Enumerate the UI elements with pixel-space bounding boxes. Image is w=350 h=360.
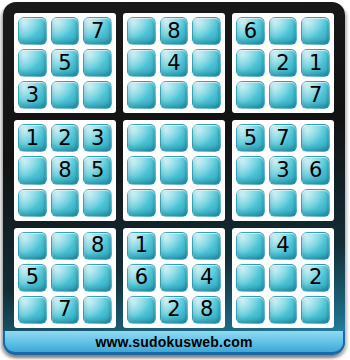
cell-r1c5[interactable]: 8 <box>160 17 189 45</box>
cell-r6c3[interactable] <box>83 189 112 217</box>
cell-r4c6[interactable] <box>192 124 221 152</box>
cell-r3c9[interactable]: 7 <box>301 81 330 109</box>
cell-r7c4[interactable]: 1 <box>127 232 156 260</box>
sudoku-box-6: 5736 <box>232 120 334 220</box>
cell-r8c4[interactable]: 6 <box>127 264 156 292</box>
cell-r1c7[interactable]: 6 <box>236 17 265 45</box>
cell-r6c7[interactable] <box>236 189 265 217</box>
sudoku-box-2: 84 <box>123 13 225 113</box>
cell-r8c8[interactable] <box>269 264 298 292</box>
cell-r6c1[interactable] <box>18 189 47 217</box>
cell-r4c8[interactable]: 7 <box>269 124 298 152</box>
cell-r8c1[interactable]: 5 <box>18 264 47 292</box>
cell-r4c9[interactable] <box>301 124 330 152</box>
cell-r5c7[interactable] <box>236 156 265 184</box>
cell-r9c1[interactable] <box>18 296 47 324</box>
cell-r3c8[interactable] <box>269 81 298 109</box>
cell-r5c8[interactable]: 3 <box>269 156 298 184</box>
sudoku-box-4: 12385 <box>14 120 116 220</box>
cell-r1c6[interactable] <box>192 17 221 45</box>
cell-r2c2[interactable]: 5 <box>51 49 80 77</box>
cell-r3c5[interactable] <box>160 81 189 109</box>
site-link[interactable]: www.sudokusweb.com <box>95 334 252 350</box>
cell-r2c4[interactable] <box>127 49 156 77</box>
cell-r2c8[interactable]: 2 <box>269 49 298 77</box>
sudoku-box-3: 6217 <box>232 13 334 113</box>
cell-r3c1[interactable]: 3 <box>18 81 47 109</box>
cell-r3c3[interactable] <box>83 81 112 109</box>
cell-r3c2[interactable] <box>51 81 80 109</box>
footer-bar: www.sudokusweb.com <box>3 331 345 355</box>
sudoku-widget: 7538462171238557368571642842 www.sudokus… <box>3 2 345 355</box>
cell-r2c3[interactable] <box>83 49 112 77</box>
cell-r1c9[interactable] <box>301 17 330 45</box>
cell-r8c2[interactable] <box>51 264 80 292</box>
cell-r3c7[interactable] <box>236 81 265 109</box>
cell-r4c3[interactable]: 3 <box>83 124 112 152</box>
cell-r7c5[interactable] <box>160 232 189 260</box>
cell-r3c6[interactable] <box>192 81 221 109</box>
cell-r4c4[interactable] <box>127 124 156 152</box>
cell-r4c2[interactable]: 2 <box>51 124 80 152</box>
cell-r8c5[interactable] <box>160 264 189 292</box>
cell-r5c4[interactable] <box>127 156 156 184</box>
cell-r9c8[interactable] <box>269 296 298 324</box>
cell-r5c3[interactable]: 5 <box>83 156 112 184</box>
cell-r2c7[interactable] <box>236 49 265 77</box>
cell-r9c7[interactable] <box>236 296 265 324</box>
cell-r6c9[interactable] <box>301 189 330 217</box>
cell-r9c5[interactable]: 2 <box>160 296 189 324</box>
cell-r4c1[interactable]: 1 <box>18 124 47 152</box>
cell-r9c6[interactable]: 8 <box>192 296 221 324</box>
cell-r8c9[interactable]: 2 <box>301 264 330 292</box>
cell-r2c5[interactable]: 4 <box>160 49 189 77</box>
cell-r7c2[interactable] <box>51 232 80 260</box>
cell-r1c8[interactable] <box>269 17 298 45</box>
cell-r6c5[interactable] <box>160 189 189 217</box>
sudoku-box-7: 857 <box>14 228 116 328</box>
cell-r6c4[interactable] <box>127 189 156 217</box>
cell-r6c6[interactable] <box>192 189 221 217</box>
cell-r2c1[interactable] <box>18 49 47 77</box>
cell-r2c6[interactable] <box>192 49 221 77</box>
sudoku-box-5 <box>123 120 225 220</box>
cell-r7c9[interactable] <box>301 232 330 260</box>
cell-r7c8[interactable]: 4 <box>269 232 298 260</box>
cell-r1c2[interactable] <box>51 17 80 45</box>
cell-r9c2[interactable]: 7 <box>51 296 80 324</box>
sudoku-box-9: 42 <box>232 228 334 328</box>
cell-r9c9[interactable] <box>301 296 330 324</box>
cell-r8c3[interactable] <box>83 264 112 292</box>
cell-r1c1[interactable] <box>18 17 47 45</box>
cell-r4c5[interactable] <box>160 124 189 152</box>
cell-r5c2[interactable]: 8 <box>51 156 80 184</box>
cell-r5c6[interactable] <box>192 156 221 184</box>
cell-r7c6[interactable] <box>192 232 221 260</box>
cell-r3c4[interactable] <box>127 81 156 109</box>
cell-r8c7[interactable] <box>236 264 265 292</box>
cell-r8c6[interactable]: 4 <box>192 264 221 292</box>
cell-r6c2[interactable] <box>51 189 80 217</box>
cell-r7c1[interactable] <box>18 232 47 260</box>
cell-r5c5[interactable] <box>160 156 189 184</box>
sudoku-box-1: 753 <box>14 13 116 113</box>
cell-r7c3[interactable]: 8 <box>83 232 112 260</box>
cell-r4c7[interactable]: 5 <box>236 124 265 152</box>
cell-r5c9[interactable]: 6 <box>301 156 330 184</box>
cell-r2c9[interactable]: 1 <box>301 49 330 77</box>
cell-r6c8[interactable] <box>269 189 298 217</box>
cell-r9c4[interactable] <box>127 296 156 324</box>
cell-r9c3[interactable] <box>83 296 112 324</box>
sudoku-board: 7538462171238557368571642842 <box>3 2 345 331</box>
sudoku-box-8: 16428 <box>123 228 225 328</box>
cell-r1c3[interactable]: 7 <box>83 17 112 45</box>
cell-r7c7[interactable] <box>236 232 265 260</box>
cell-r5c1[interactable] <box>18 156 47 184</box>
cell-r1c4[interactable] <box>127 17 156 45</box>
